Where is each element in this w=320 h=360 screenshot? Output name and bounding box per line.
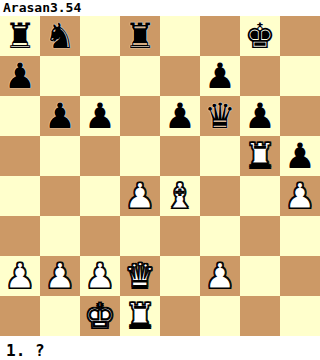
move-prompt: 1. ?: [0, 341, 320, 360]
square-a7[interactable]: ♟: [0, 56, 40, 96]
white-rook[interactable]: ♜: [244, 136, 275, 176]
square-d2[interactable]: ♛: [120, 256, 160, 296]
square-f5[interactable]: [200, 136, 240, 176]
square-b1[interactable]: [40, 296, 80, 336]
square-b4[interactable]: [40, 176, 80, 216]
square-h1[interactable]: [280, 296, 320, 336]
black-pawn[interactable]: ♟: [164, 96, 195, 136]
square-d7[interactable]: [120, 56, 160, 96]
white-pawn[interactable]: ♟: [84, 256, 115, 296]
square-f8[interactable]: [200, 16, 240, 56]
black-queen[interactable]: ♛: [204, 96, 235, 136]
square-c4[interactable]: [80, 176, 120, 216]
square-e2[interactable]: [160, 256, 200, 296]
square-c1[interactable]: ♚: [80, 296, 120, 336]
square-c7[interactable]: [80, 56, 120, 96]
square-c5[interactable]: [80, 136, 120, 176]
square-e1[interactable]: [160, 296, 200, 336]
square-g2[interactable]: [240, 256, 280, 296]
square-f2[interactable]: ♟: [200, 256, 240, 296]
engine-title: Arasan3.54: [0, 0, 320, 16]
chess-board: ♜♞♜♚♟♟♟♟♟♛♟♜♟♟♝♟♟♟♟♛♟♚♜: [0, 16, 320, 336]
white-pawn[interactable]: ♟: [204, 256, 235, 296]
square-g1[interactable]: [240, 296, 280, 336]
square-c3[interactable]: [80, 216, 120, 256]
square-a6[interactable]: [0, 96, 40, 136]
white-pawn[interactable]: ♟: [44, 256, 75, 296]
black-pawn[interactable]: ♟: [244, 96, 275, 136]
square-d6[interactable]: [120, 96, 160, 136]
square-f3[interactable]: [200, 216, 240, 256]
square-h2[interactable]: [280, 256, 320, 296]
square-d4[interactable]: ♟: [120, 176, 160, 216]
square-d5[interactable]: [120, 136, 160, 176]
app-window: Arasan3.54 ♜♞♜♚♟♟♟♟♟♛♟♜♟♟♝♟♟♟♟♛♟♚♜ 1. ?: [0, 0, 320, 360]
square-b7[interactable]: [40, 56, 80, 96]
black-pawn[interactable]: ♟: [284, 136, 315, 176]
square-e4[interactable]: ♝: [160, 176, 200, 216]
square-g8[interactable]: ♚: [240, 16, 280, 56]
square-f7[interactable]: ♟: [200, 56, 240, 96]
square-c6[interactable]: ♟: [80, 96, 120, 136]
white-queen[interactable]: ♛: [124, 256, 155, 296]
square-e7[interactable]: [160, 56, 200, 96]
square-e3[interactable]: [160, 216, 200, 256]
square-d3[interactable]: [120, 216, 160, 256]
square-g3[interactable]: [240, 216, 280, 256]
square-h4[interactable]: ♟: [280, 176, 320, 216]
square-e5[interactable]: [160, 136, 200, 176]
square-c8[interactable]: [80, 16, 120, 56]
white-rook[interactable]: ♜: [124, 296, 155, 336]
black-rook[interactable]: ♜: [124, 16, 155, 56]
square-h8[interactable]: [280, 16, 320, 56]
black-king[interactable]: ♚: [244, 16, 275, 56]
square-b2[interactable]: ♟: [40, 256, 80, 296]
square-g5[interactable]: ♜: [240, 136, 280, 176]
black-pawn[interactable]: ♟: [204, 56, 235, 96]
black-pawn[interactable]: ♟: [44, 96, 75, 136]
square-f6[interactable]: ♛: [200, 96, 240, 136]
square-h6[interactable]: [280, 96, 320, 136]
square-d1[interactable]: ♜: [120, 296, 160, 336]
black-knight[interactable]: ♞: [44, 16, 75, 56]
square-a4[interactable]: [0, 176, 40, 216]
square-g4[interactable]: [240, 176, 280, 216]
square-f1[interactable]: [200, 296, 240, 336]
square-h7[interactable]: [280, 56, 320, 96]
square-h5[interactable]: ♟: [280, 136, 320, 176]
black-pawn[interactable]: ♟: [4, 56, 35, 96]
square-b8[interactable]: ♞: [40, 16, 80, 56]
square-g7[interactable]: [240, 56, 280, 96]
square-c2[interactable]: ♟: [80, 256, 120, 296]
square-e6[interactable]: ♟: [160, 96, 200, 136]
black-rook[interactable]: ♜: [4, 16, 35, 56]
square-a5[interactable]: [0, 136, 40, 176]
white-bishop[interactable]: ♝: [164, 176, 195, 216]
square-a3[interactable]: [0, 216, 40, 256]
square-g6[interactable]: ♟: [240, 96, 280, 136]
square-d8[interactable]: ♜: [120, 16, 160, 56]
square-a2[interactable]: ♟: [0, 256, 40, 296]
square-a8[interactable]: ♜: [0, 16, 40, 56]
white-pawn[interactable]: ♟: [124, 176, 155, 216]
square-b6[interactable]: ♟: [40, 96, 80, 136]
black-pawn[interactable]: ♟: [84, 96, 115, 136]
white-pawn[interactable]: ♟: [4, 256, 35, 296]
square-e8[interactable]: [160, 16, 200, 56]
square-b5[interactable]: [40, 136, 80, 176]
square-f4[interactable]: [200, 176, 240, 216]
square-a1[interactable]: [0, 296, 40, 336]
white-king[interactable]: ♚: [84, 296, 115, 336]
square-b3[interactable]: [40, 216, 80, 256]
white-pawn[interactable]: ♟: [284, 176, 315, 216]
square-h3[interactable]: [280, 216, 320, 256]
